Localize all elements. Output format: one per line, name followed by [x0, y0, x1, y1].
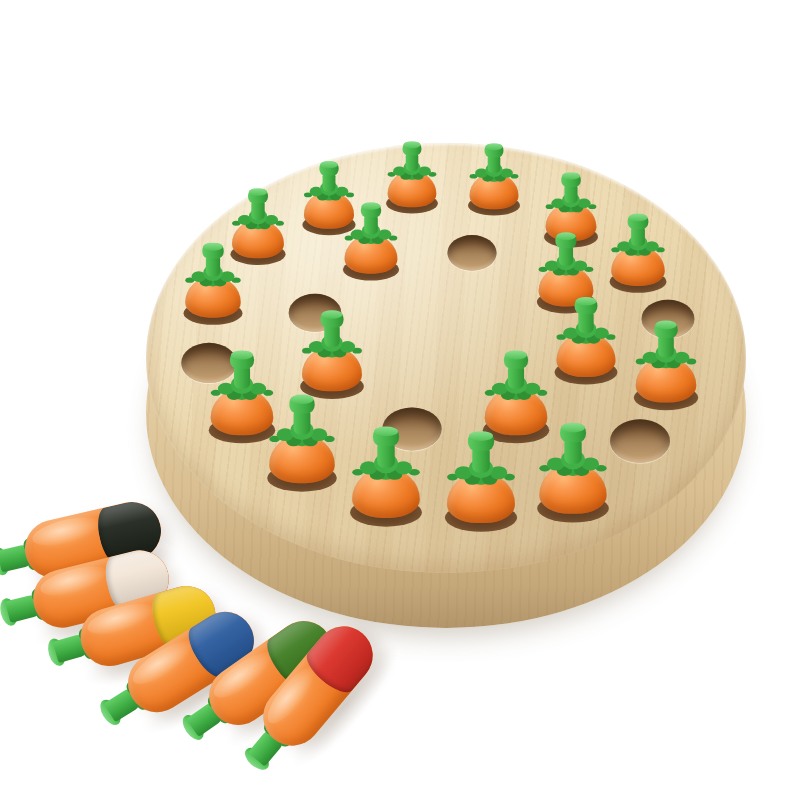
- loose-carrots-layer: [0, 0, 800, 800]
- product-photo-scene: [0, 0, 800, 800]
- gloss-highlight: [29, 512, 104, 552]
